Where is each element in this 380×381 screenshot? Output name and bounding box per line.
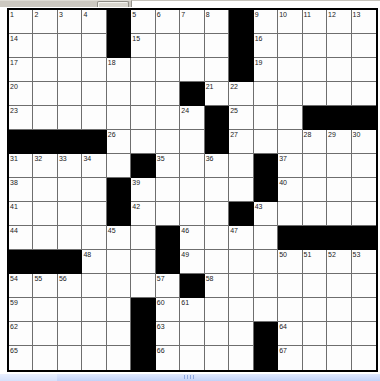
cell-r12c3[interactable]: 56 [58, 274, 82, 298]
cell-r11c4[interactable]: 48 [82, 250, 106, 274]
cell-r9c4[interactable] [82, 202, 106, 226]
cell-r7c1[interactable]: 31 [9, 154, 33, 178]
block-cell-r11c3 [58, 250, 82, 274]
block-cell-r1c10 [229, 10, 253, 34]
block-cell-r10c12 [278, 226, 302, 250]
clue-number: 20 [10, 82, 18, 91]
cell-r4c7[interactable] [156, 82, 180, 106]
cell-r2c8[interactable] [180, 34, 204, 58]
cell-r2c2[interactable] [33, 34, 57, 58]
cell-r10c6[interactable] [131, 226, 155, 250]
block-cell-r10c15 [352, 226, 376, 250]
cell-r15c13[interactable] [303, 346, 327, 370]
cell-r8c2[interactable] [33, 178, 57, 202]
cell-r11c14[interactable]: 52 [327, 250, 351, 274]
cell-r3c7[interactable] [156, 58, 180, 82]
cell-r12c4[interactable] [82, 274, 106, 298]
cell-r1c4[interactable]: 4 [82, 10, 106, 34]
cell-r14c14[interactable] [327, 322, 351, 346]
cell-r1c3[interactable]: 3 [58, 10, 82, 34]
cell-r10c2[interactable] [33, 226, 57, 250]
cell-r11c12[interactable]: 50 [278, 250, 302, 274]
cell-r2c12[interactable] [278, 34, 302, 58]
scrollbar-track-left[interactable] [0, 374, 57, 381]
cell-r8c13[interactable] [303, 178, 327, 202]
cell-r4c3[interactable] [58, 82, 82, 106]
cell-r15c8[interactable] [180, 346, 204, 370]
cell-r14c12[interactable]: 64 [278, 322, 302, 346]
cell-r13c11[interactable] [254, 298, 278, 322]
cell-r12c5[interactable] [107, 274, 131, 298]
block-cell-r2c10 [229, 34, 253, 58]
cell-r9c13[interactable] [303, 202, 327, 226]
clue-number: 2 [34, 10, 38, 19]
cell-r1c8[interactable]: 7 [180, 10, 204, 34]
block-cell-r10c13 [303, 226, 327, 250]
cell-r11c13[interactable]: 51 [303, 250, 327, 274]
cell-r15c3[interactable] [58, 346, 82, 370]
cell-r2c6[interactable]: 15 [131, 34, 155, 58]
cell-r7c14[interactable] [327, 154, 351, 178]
cell-r2c1[interactable]: 14 [9, 34, 33, 58]
cell-r3c4[interactable] [82, 58, 106, 82]
cell-r12c15[interactable] [352, 274, 376, 298]
cell-r14c5[interactable] [107, 322, 131, 346]
clue-number: 43 [255, 202, 263, 211]
block-cell-r6c3 [58, 130, 82, 154]
cell-r13c7[interactable]: 60 [156, 298, 180, 322]
clue-number: 22 [230, 82, 238, 91]
block-cell-r4c8 [180, 82, 204, 106]
clue-number: 21 [206, 82, 214, 91]
cell-r9c9[interactable] [205, 202, 229, 226]
cell-r3c12[interactable] [278, 58, 302, 82]
cell-r6c7[interactable] [156, 130, 180, 154]
cell-r5c10[interactable]: 25 [229, 106, 253, 130]
cell-r4c15[interactable] [352, 82, 376, 106]
block-cell-r10c7 [156, 226, 180, 250]
cell-r15c4[interactable] [82, 346, 106, 370]
clue-number: 42 [132, 202, 140, 211]
cell-r8c4[interactable] [82, 178, 106, 202]
clue-number: 65 [10, 346, 18, 355]
cell-r8c15[interactable] [352, 178, 376, 202]
cell-r4c13[interactable] [303, 82, 327, 106]
cell-r8c1[interactable]: 38 [9, 178, 33, 202]
clue-number: 3 [59, 10, 63, 19]
block-cell-r9c5 [107, 202, 131, 226]
cell-r4c1[interactable]: 20 [9, 82, 33, 106]
cell-r4c10[interactable]: 22 [229, 82, 253, 106]
cell-r5c7[interactable] [156, 106, 180, 130]
clue-number: 45 [108, 226, 116, 235]
cell-r12c13[interactable] [303, 274, 327, 298]
clue-number: 29 [328, 130, 336, 139]
cell-r15c9[interactable] [205, 346, 229, 370]
clue-number: 38 [10, 178, 18, 187]
clue-number: 56 [59, 274, 67, 283]
cell-r5c8[interactable]: 24 [180, 106, 204, 130]
cell-r9c8[interactable] [180, 202, 204, 226]
cell-r4c12[interactable] [278, 82, 302, 106]
clue-number: 30 [353, 130, 361, 139]
cell-r4c11[interactable] [254, 82, 278, 106]
cell-r3c6[interactable] [131, 58, 155, 82]
cell-r7c12[interactable]: 37 [278, 154, 302, 178]
clue-number: 24 [181, 106, 189, 115]
cell-r7c13[interactable] [303, 154, 327, 178]
block-cell-r10c14 [327, 226, 351, 250]
cell-r5c12[interactable] [278, 106, 302, 130]
cell-r12c1[interactable]: 54 [9, 274, 33, 298]
cell-r7c10[interactable] [229, 154, 253, 178]
cell-r11c10[interactable] [229, 250, 253, 274]
cell-r10c3[interactable] [58, 226, 82, 250]
cell-r9c6[interactable]: 42 [131, 202, 155, 226]
cell-r9c2[interactable] [33, 202, 57, 226]
cell-r9c15[interactable] [352, 202, 376, 226]
cell-r2c4[interactable] [82, 34, 106, 58]
clue-number: 44 [10, 226, 18, 235]
cell-r11c15[interactable]: 53 [352, 250, 376, 274]
clue-number: 6 [157, 10, 161, 19]
clue-number: 9 [255, 10, 259, 19]
clue-number: 17 [10, 58, 18, 67]
clue-number: 52 [328, 250, 336, 259]
block-cell-r15c11 [254, 346, 278, 370]
cell-r8c7[interactable] [156, 178, 180, 202]
clue-number: 10 [279, 10, 287, 19]
clue-number: 32 [34, 154, 42, 163]
clue-number: 58 [206, 274, 214, 283]
clue-number: 41 [10, 202, 18, 211]
cell-r9c11[interactable]: 43 [254, 202, 278, 226]
cell-r4c9[interactable]: 21 [205, 82, 229, 106]
cell-r3c14[interactable] [327, 58, 351, 82]
clue-number: 51 [304, 250, 312, 259]
block-cell-r12c8 [180, 274, 204, 298]
cell-r10c11[interactable] [254, 226, 278, 250]
block-cell-r5c9 [205, 106, 229, 130]
cell-r1c6[interactable]: 5 [131, 10, 155, 34]
crossword-grid: 1234567891011121314151617181920212223242… [7, 8, 378, 372]
cell-r3c2[interactable] [33, 58, 57, 82]
clue-number: 46 [181, 226, 189, 235]
cell-r7c8[interactable] [180, 154, 204, 178]
horizontal-scrollbar[interactable] [0, 374, 380, 381]
clue-number: 40 [279, 178, 287, 187]
cell-r11c9[interactable] [205, 250, 229, 274]
clue-number: 61 [181, 298, 189, 307]
clue-number: 34 [83, 154, 91, 163]
cell-r13c10[interactable] [229, 298, 253, 322]
clue-number: 13 [353, 10, 361, 19]
block-cell-r6c4 [82, 130, 106, 154]
clue-number: 18 [108, 58, 116, 67]
clue-number: 39 [132, 178, 140, 187]
cell-r9c7[interactable] [156, 202, 180, 226]
cell-r6c15[interactable]: 30 [352, 130, 376, 154]
cell-r15c14[interactable] [327, 346, 351, 370]
cell-r11c11[interactable] [254, 250, 278, 274]
clue-number: 7 [181, 10, 185, 19]
clue-number: 37 [279, 154, 287, 163]
cell-r9c1[interactable]: 41 [9, 202, 33, 226]
cell-r1c7[interactable]: 6 [156, 10, 180, 34]
cell-r1c11[interactable]: 9 [254, 10, 278, 34]
clue-number: 5 [132, 10, 136, 19]
block-cell-r1c5 [107, 10, 131, 34]
cell-r15c1[interactable]: 65 [9, 346, 33, 370]
cell-r14c2[interactable] [33, 322, 57, 346]
cell-r9c14[interactable] [327, 202, 351, 226]
cell-r13c8[interactable]: 61 [180, 298, 204, 322]
cell-r13c5[interactable] [107, 298, 131, 322]
cell-r8c14[interactable] [327, 178, 351, 202]
cell-r6c8[interactable] [180, 130, 204, 154]
block-cell-r5c14 [327, 106, 351, 130]
cell-r5c3[interactable] [58, 106, 82, 130]
clue-number: 48 [83, 250, 91, 259]
cell-r8c9[interactable] [205, 178, 229, 202]
cell-r2c14[interactable] [327, 34, 351, 58]
cell-r1c9[interactable]: 8 [205, 10, 229, 34]
clue-number: 67 [279, 346, 287, 355]
block-cell-r5c13 [303, 106, 327, 130]
clue-number: 59 [10, 298, 18, 307]
block-cell-r15c6 [131, 346, 155, 370]
cell-r4c5[interactable] [107, 82, 131, 106]
cell-r7c5[interactable] [107, 154, 131, 178]
clue-number: 23 [10, 106, 18, 115]
cell-r11c5[interactable] [107, 250, 131, 274]
cell-r14c1[interactable]: 62 [9, 322, 33, 346]
cell-r3c5[interactable]: 18 [107, 58, 131, 82]
cell-r12c10[interactable] [229, 274, 253, 298]
cell-r9c3[interactable] [58, 202, 82, 226]
cell-r5c2[interactable] [33, 106, 57, 130]
clue-number: 47 [230, 226, 238, 235]
cell-r3c13[interactable] [303, 58, 327, 82]
cell-r15c2[interactable] [33, 346, 57, 370]
cell-r7c2[interactable]: 32 [33, 154, 57, 178]
cell-r15c7[interactable]: 66 [156, 346, 180, 370]
cell-r3c1[interactable]: 17 [9, 58, 33, 82]
cell-r12c7[interactable]: 57 [156, 274, 180, 298]
clue-number: 53 [353, 250, 361, 259]
cell-r13c1[interactable]: 59 [9, 298, 33, 322]
cell-r2c7[interactable] [156, 34, 180, 58]
cell-r1c1[interactable]: 1 [9, 10, 33, 34]
toolbar-field[interactable] [131, 0, 380, 7]
clue-number: 55 [34, 274, 42, 283]
block-cell-r13c6 [131, 298, 155, 322]
cell-r8c3[interactable] [58, 178, 82, 202]
clue-number: 8 [206, 10, 210, 19]
cell-r14c4[interactable] [82, 322, 106, 346]
cell-r2c3[interactable] [58, 34, 82, 58]
cell-r6c14[interactable]: 29 [327, 130, 351, 154]
cell-r7c4[interactable]: 34 [82, 154, 106, 178]
clue-number: 64 [279, 322, 287, 331]
clue-number: 35 [157, 154, 165, 163]
block-cell-r11c1 [9, 250, 33, 274]
block-cell-r8c11 [254, 178, 278, 202]
block-cell-r3c10 [229, 58, 253, 82]
cell-r6c13[interactable]: 28 [303, 130, 327, 154]
cell-r11c6[interactable] [131, 250, 155, 274]
cell-r5c1[interactable]: 23 [9, 106, 33, 130]
cell-r12c14[interactable] [327, 274, 351, 298]
clue-number: 31 [10, 154, 18, 163]
block-cell-r6c2 [33, 130, 57, 154]
cell-r1c13[interactable]: 11 [303, 10, 327, 34]
cell-r2c15[interactable] [352, 34, 376, 58]
cell-r6c6[interactable] [131, 130, 155, 154]
cell-r15c10[interactable] [229, 346, 253, 370]
scrollbar-grip [184, 375, 194, 380]
clue-number: 49 [181, 250, 189, 259]
cell-r2c13[interactable] [303, 34, 327, 58]
clue-number: 28 [304, 130, 312, 139]
block-cell-r14c11 [254, 322, 278, 346]
cell-r3c3[interactable] [58, 58, 82, 82]
cell-r14c10[interactable] [229, 322, 253, 346]
cell-r13c2[interactable] [33, 298, 57, 322]
clue-number: 26 [108, 130, 116, 139]
block-cell-r11c7 [156, 250, 180, 274]
cell-r5c6[interactable] [131, 106, 155, 130]
cell-r15c15[interactable] [352, 346, 376, 370]
toolbar-strip [0, 0, 380, 7]
cell-r5c11[interactable] [254, 106, 278, 130]
toolbar-button[interactable] [97, 1, 129, 7]
block-cell-r9c10 [229, 202, 253, 226]
clue-number: 57 [157, 274, 165, 283]
cell-r3c15[interactable] [352, 58, 376, 82]
cell-r8c6[interactable]: 39 [131, 178, 155, 202]
clue-number: 12 [328, 10, 336, 19]
cell-r7c3[interactable]: 33 [58, 154, 82, 178]
block-cell-r5c15 [352, 106, 376, 130]
cell-r3c8[interactable] [180, 58, 204, 82]
cell-r1c14[interactable]: 12 [327, 10, 351, 34]
cell-r7c7[interactable]: 35 [156, 154, 180, 178]
cell-r13c4[interactable] [82, 298, 106, 322]
cell-r4c4[interactable] [82, 82, 106, 106]
cell-r8c10[interactable] [229, 178, 253, 202]
cell-r8c8[interactable] [180, 178, 204, 202]
block-cell-r11c2 [33, 250, 57, 274]
cell-r13c3[interactable] [58, 298, 82, 322]
cell-r10c5[interactable]: 45 [107, 226, 131, 250]
block-cell-r14c6 [131, 322, 155, 346]
cell-r2c9[interactable] [205, 34, 229, 58]
cell-r12c6[interactable] [131, 274, 155, 298]
block-cell-r2c5 [107, 34, 131, 58]
cell-r4c2[interactable] [33, 82, 57, 106]
cell-r9c12[interactable] [278, 202, 302, 226]
cell-r14c15[interactable] [352, 322, 376, 346]
cell-r14c3[interactable] [58, 322, 82, 346]
cell-r3c9[interactable] [205, 58, 229, 82]
clue-number: 25 [230, 106, 238, 115]
cell-r2c11[interactable]: 16 [254, 34, 278, 58]
cell-r11c8[interactable]: 49 [180, 250, 204, 274]
cell-r1c12[interactable]: 10 [278, 10, 302, 34]
cell-r15c12[interactable]: 67 [278, 346, 302, 370]
cell-r12c12[interactable] [278, 274, 302, 298]
cell-r5c5[interactable] [107, 106, 131, 130]
cell-r1c2[interactable]: 2 [33, 10, 57, 34]
cell-r14c8[interactable] [180, 322, 204, 346]
cell-r7c15[interactable] [352, 154, 376, 178]
block-cell-r7c11 [254, 154, 278, 178]
clue-number: 50 [279, 250, 287, 259]
cell-r12c9[interactable]: 58 [205, 274, 229, 298]
cell-r10c10[interactable]: 47 [229, 226, 253, 250]
clue-number: 16 [255, 34, 263, 43]
cell-r14c7[interactable]: 63 [156, 322, 180, 346]
cell-r6c11[interactable] [254, 130, 278, 154]
cell-r12c2[interactable]: 55 [33, 274, 57, 298]
cell-r15c5[interactable] [107, 346, 131, 370]
cell-r5c4[interactable] [82, 106, 106, 130]
clue-number: 54 [10, 274, 18, 283]
cell-r10c9[interactable] [205, 226, 229, 250]
cell-r13c13[interactable] [303, 298, 327, 322]
block-cell-r7c6 [131, 154, 155, 178]
cell-r3c11[interactable]: 19 [254, 58, 278, 82]
cell-r6c12[interactable] [278, 130, 302, 154]
cell-r1c15[interactable]: 13 [352, 10, 376, 34]
cell-r10c4[interactable] [82, 226, 106, 250]
cell-r13c12[interactable] [278, 298, 302, 322]
clue-number: 63 [157, 322, 165, 331]
clue-number: 66 [157, 346, 165, 355]
block-cell-r8c5 [107, 178, 131, 202]
clue-number: 14 [10, 34, 18, 43]
clue-number: 1 [10, 10, 14, 19]
cell-r13c15[interactable] [352, 298, 376, 322]
block-cell-r6c9 [205, 130, 229, 154]
cell-r7c9[interactable]: 36 [205, 154, 229, 178]
cell-r4c6[interactable] [131, 82, 155, 106]
cell-r10c1[interactable]: 44 [9, 226, 33, 250]
block-cell-r6c1 [9, 130, 33, 154]
cell-r4c14[interactable] [327, 82, 351, 106]
clue-number: 11 [304, 10, 311, 19]
clue-number: 62 [10, 322, 18, 331]
clue-number: 4 [83, 10, 87, 19]
clue-number: 60 [157, 298, 165, 307]
clue-number: 36 [206, 154, 214, 163]
cell-r14c9[interactable] [205, 322, 229, 346]
clue-number: 19 [255, 58, 263, 67]
cell-r13c14[interactable] [327, 298, 351, 322]
clue-number: 33 [59, 154, 67, 163]
clue-number: 15 [132, 34, 140, 43]
cell-r8c12[interactable]: 40 [278, 178, 302, 202]
cell-r6c5[interactable]: 26 [107, 130, 131, 154]
cell-r10c8[interactable]: 46 [180, 226, 204, 250]
clue-number: 27 [230, 130, 238, 139]
cell-r13c9[interactable] [205, 298, 229, 322]
cell-r6c10[interactable]: 27 [229, 130, 253, 154]
cell-r14c13[interactable] [303, 322, 327, 346]
cell-r12c11[interactable] [254, 274, 278, 298]
